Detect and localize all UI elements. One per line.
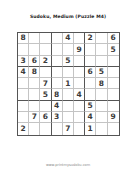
cell-r5c7 bbox=[85, 78, 96, 89]
cell-r9c2 bbox=[29, 123, 40, 134]
cell-r6c3: 5 bbox=[40, 89, 51, 100]
cell-r7c5 bbox=[63, 101, 74, 112]
cell-r7c7: 5 bbox=[85, 101, 96, 112]
cell-r6c4: 8 bbox=[52, 89, 63, 100]
cell-r7c6 bbox=[74, 101, 85, 112]
cell-r3c7 bbox=[85, 56, 96, 67]
cell-r7c1 bbox=[18, 101, 29, 112]
cell-r1c4 bbox=[52, 33, 63, 44]
cell-r9c6 bbox=[74, 123, 85, 134]
cell-r7c9 bbox=[108, 101, 119, 112]
sudoku-page: Sudoku, Medium (Puzzle M4) 8426953625486… bbox=[0, 0, 136, 176]
cell-r4c7: 6 bbox=[85, 67, 96, 78]
cell-r4c9 bbox=[108, 67, 119, 78]
cell-r9c4 bbox=[52, 123, 63, 134]
cell-r1c1: 8 bbox=[18, 33, 29, 44]
cell-r5c9 bbox=[108, 78, 119, 89]
cell-r6c7 bbox=[85, 89, 96, 100]
footer-url: www.printmysudoku.com bbox=[0, 163, 136, 167]
cell-r4c3 bbox=[40, 67, 51, 78]
cell-r8c5 bbox=[63, 112, 74, 123]
cell-r8c9: 9 bbox=[108, 112, 119, 123]
cell-r5c4 bbox=[52, 78, 63, 89]
cell-r6c2 bbox=[29, 89, 40, 100]
cell-r5c6 bbox=[74, 78, 85, 89]
cell-r6c5 bbox=[63, 89, 74, 100]
cell-r1c3 bbox=[40, 33, 51, 44]
cell-r6c6: 4 bbox=[74, 89, 85, 100]
cell-r5c3: 7 bbox=[40, 78, 51, 89]
cell-r1c5: 4 bbox=[63, 33, 74, 44]
cell-r3c9 bbox=[108, 56, 119, 67]
cell-r2c5 bbox=[63, 44, 74, 55]
cell-r4c8: 5 bbox=[96, 67, 107, 78]
cell-r6c1 bbox=[18, 89, 29, 100]
cell-r3c6 bbox=[74, 56, 85, 67]
cell-r2c7 bbox=[85, 44, 96, 55]
cell-r1c9: 6 bbox=[108, 33, 119, 44]
cell-r5c1 bbox=[18, 78, 29, 89]
page-title: Sudoku, Medium (Puzzle M4) bbox=[0, 14, 136, 19]
cell-r8c7: 4 bbox=[85, 112, 96, 123]
cell-r8c2: 7 bbox=[29, 112, 40, 123]
cell-r6c9 bbox=[108, 89, 119, 100]
cell-r4c2: 8 bbox=[29, 67, 40, 78]
cell-r2c8 bbox=[96, 44, 107, 55]
cell-r1c2 bbox=[29, 33, 40, 44]
cell-r4c5 bbox=[63, 67, 74, 78]
cell-r8c8 bbox=[96, 112, 107, 123]
cell-r2c3 bbox=[40, 44, 51, 55]
cell-r7c8 bbox=[96, 101, 107, 112]
cell-r9c1: 2 bbox=[18, 123, 29, 134]
cell-r3c5: 5 bbox=[63, 56, 74, 67]
cell-r1c8 bbox=[96, 33, 107, 44]
cell-r3c8 bbox=[96, 56, 107, 67]
cell-r7c4: 4 bbox=[52, 101, 63, 112]
cell-r5c8: 8 bbox=[96, 78, 107, 89]
cell-r8c3: 6 bbox=[40, 112, 51, 123]
cell-r3c3: 2 bbox=[40, 56, 51, 67]
cell-r5c2 bbox=[29, 78, 40, 89]
cell-r9c3 bbox=[40, 123, 51, 134]
cell-r9c8 bbox=[96, 123, 107, 134]
cell-r3c2: 6 bbox=[29, 56, 40, 67]
cell-r3c1: 3 bbox=[18, 56, 29, 67]
cell-r8c4: 3 bbox=[52, 112, 63, 123]
cell-r4c4 bbox=[52, 67, 63, 78]
cell-r2c4 bbox=[52, 44, 63, 55]
cell-r9c7: 1 bbox=[85, 123, 96, 134]
sudoku-grid: 842695362548657185844576349271 bbox=[17, 32, 120, 136]
cell-r9c9 bbox=[108, 123, 119, 134]
cell-r9c5: 7 bbox=[63, 123, 74, 134]
cell-r4c1: 4 bbox=[18, 67, 29, 78]
cell-r5c5: 1 bbox=[63, 78, 74, 89]
cell-r2c6: 9 bbox=[74, 44, 85, 55]
cell-r2c2 bbox=[29, 44, 40, 55]
cell-r7c2 bbox=[29, 101, 40, 112]
cell-r2c9: 5 bbox=[108, 44, 119, 55]
cell-r8c1 bbox=[18, 112, 29, 123]
cell-r1c6 bbox=[74, 33, 85, 44]
cell-r4c6 bbox=[74, 67, 85, 78]
cell-r6c8 bbox=[96, 89, 107, 100]
cell-r3c4 bbox=[52, 56, 63, 67]
cell-r1c7: 2 bbox=[85, 33, 96, 44]
cell-r7c3 bbox=[40, 101, 51, 112]
cell-r8c6 bbox=[74, 112, 85, 123]
cell-r2c1 bbox=[18, 44, 29, 55]
